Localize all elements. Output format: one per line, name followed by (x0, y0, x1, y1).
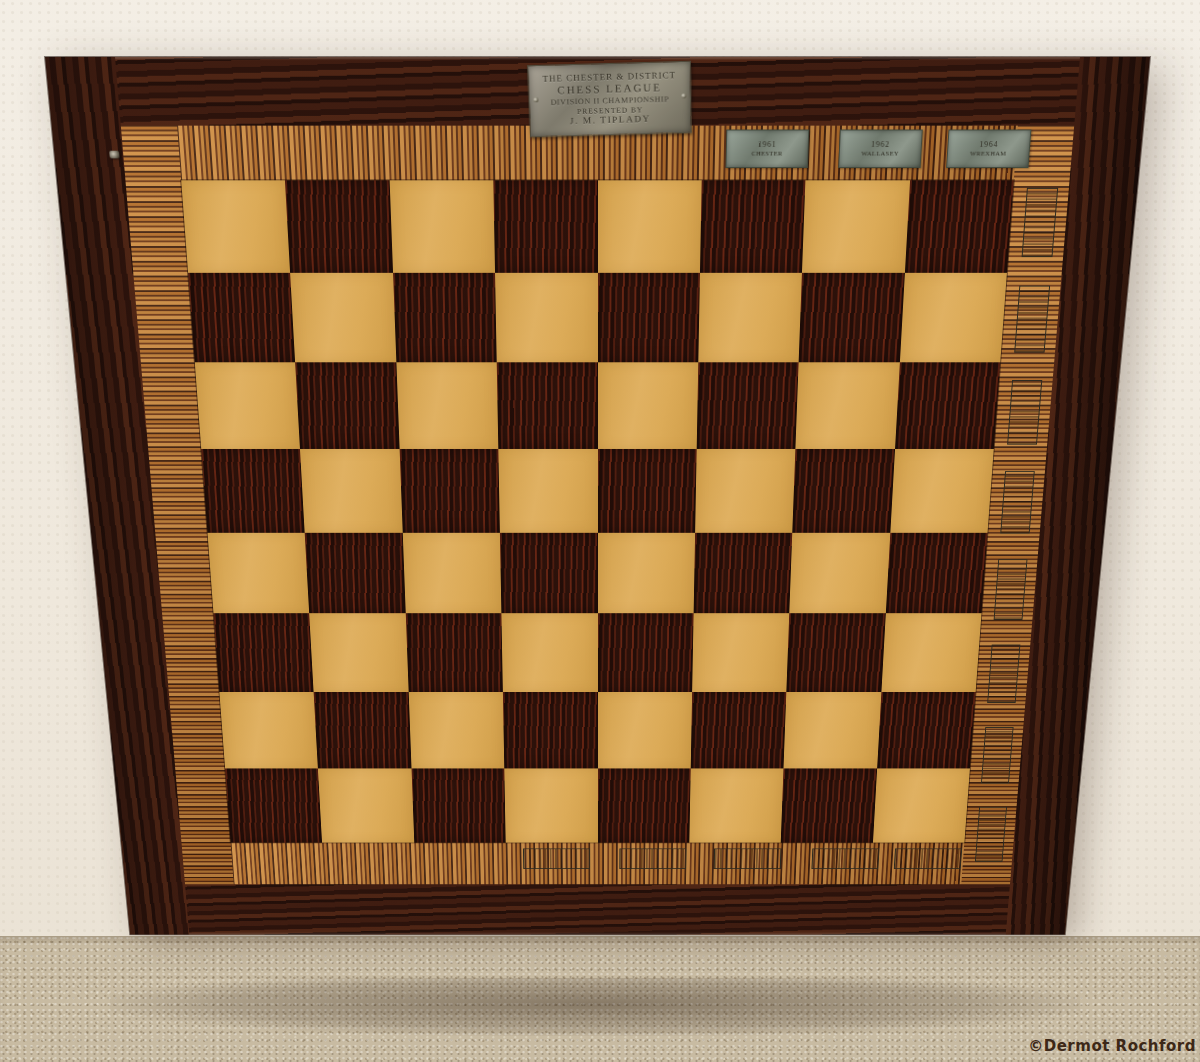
chessboard-grid (181, 180, 1014, 842)
square-d3 (502, 614, 598, 693)
square-f4 (693, 532, 792, 613)
screw-icon (681, 93, 686, 98)
winner-plaque-vertical (1007, 380, 1042, 445)
square-c8 (389, 180, 495, 272)
square-g5 (793, 449, 895, 533)
square-h5 (890, 449, 994, 533)
winner-plaque-vertical (1000, 471, 1034, 533)
square-b8 (285, 180, 393, 272)
square-b6 (295, 362, 399, 449)
square-h6 (895, 362, 1001, 449)
square-f3 (692, 614, 789, 693)
square-c7 (393, 273, 497, 362)
square-b2 (314, 692, 411, 768)
square-c1 (411, 769, 505, 843)
square-a7 (188, 273, 295, 362)
square-h4 (885, 532, 987, 613)
plaque-winner: WREXHAM (970, 149, 1007, 157)
square-a4 (207, 532, 309, 613)
plaque-winner: WALLASEY (861, 149, 899, 157)
square-c6 (396, 362, 498, 449)
square-e2 (598, 692, 693, 768)
square-b7 (290, 273, 396, 362)
square-f7 (698, 273, 802, 362)
square-d7 (495, 273, 597, 362)
square-e5 (598, 449, 697, 533)
square-d5 (498, 449, 597, 533)
plaque-line: J. M. TIPLADY (570, 114, 651, 128)
square-c2 (408, 692, 504, 768)
square-e7 (598, 273, 700, 362)
board-cast-shadow (110, 978, 1080, 1036)
square-a8 (181, 180, 290, 272)
square-h3 (881, 614, 981, 693)
plaque-winner: CHESTER (751, 149, 782, 157)
plaque-year: 1962 (871, 140, 890, 149)
square-f5 (695, 449, 796, 533)
winner-plaque-bottom (619, 848, 686, 869)
square-e8 (598, 180, 702, 272)
square-d4 (500, 532, 598, 613)
winner-plaque-vertical (1014, 286, 1050, 353)
square-g6 (796, 362, 900, 449)
square-f1 (689, 769, 783, 843)
square-e6 (598, 362, 699, 449)
winner-plaque-bottom (523, 848, 590, 869)
winner-plaque-vertical (987, 645, 1020, 703)
square-a5 (201, 449, 305, 533)
winner-plaque: 1964 WREXHAM (946, 130, 1031, 168)
square-b3 (310, 614, 409, 693)
square-b5 (300, 449, 402, 533)
winner-plaque-bottom (811, 848, 879, 869)
winner-plaque-vertical (981, 727, 1014, 784)
winner-plaque-vertical (975, 807, 1007, 862)
main-presentation-plaque: THE CHESTER & DISTRICT CHESS LEAGUE DIVI… (527, 61, 692, 138)
plaque-year: 1961 (758, 140, 777, 149)
square-e3 (598, 614, 694, 693)
square-d1 (504, 769, 597, 843)
winner-plaque-vertical (994, 559, 1028, 619)
square-b1 (318, 769, 414, 843)
winner-plaque: 1962 WALLASEY (838, 130, 923, 168)
square-g4 (789, 532, 890, 613)
square-e4 (598, 532, 696, 613)
square-h1 (873, 769, 970, 843)
square-a6 (195, 362, 301, 449)
winner-plaque-vertical (1022, 188, 1059, 257)
plaque-year: 1964 (979, 140, 998, 149)
square-f2 (691, 692, 787, 768)
square-e1 (598, 769, 691, 843)
square-c3 (406, 614, 503, 693)
square-a2 (219, 692, 318, 768)
board-surface: THE CHESTER & DISTRICT CHESS LEAGUE DIVI… (45, 57, 1150, 935)
square-h8 (905, 180, 1014, 272)
zebra-border-bottom (181, 843, 1013, 885)
winner-plaque: 1961 CHESTER (725, 130, 809, 168)
square-c5 (399, 449, 500, 533)
winner-plaque-bottom (714, 848, 782, 869)
square-h2 (877, 692, 976, 768)
square-h7 (900, 273, 1007, 362)
square-d8 (493, 180, 597, 272)
square-g7 (799, 273, 905, 362)
square-g8 (802, 180, 910, 272)
square-g1 (781, 769, 877, 843)
square-f8 (700, 180, 806, 272)
square-g3 (787, 614, 886, 693)
square-a1 (225, 769, 322, 843)
square-d6 (497, 362, 598, 449)
frame-bottom (125, 884, 1070, 934)
square-a3 (214, 614, 314, 693)
photographer-watermark: ©Dermot Rochford (1028, 1037, 1196, 1055)
winner-plaque-bottom (894, 848, 962, 869)
square-c4 (402, 532, 501, 613)
square-d2 (503, 692, 598, 768)
mounting-screw (109, 151, 119, 159)
screw-icon (533, 97, 538, 102)
square-g2 (784, 692, 881, 768)
chess-board: THE CHESTER & DISTRICT CHESS LEAGUE DIVI… (45, 57, 1150, 935)
square-b4 (305, 532, 406, 613)
square-f6 (697, 362, 799, 449)
